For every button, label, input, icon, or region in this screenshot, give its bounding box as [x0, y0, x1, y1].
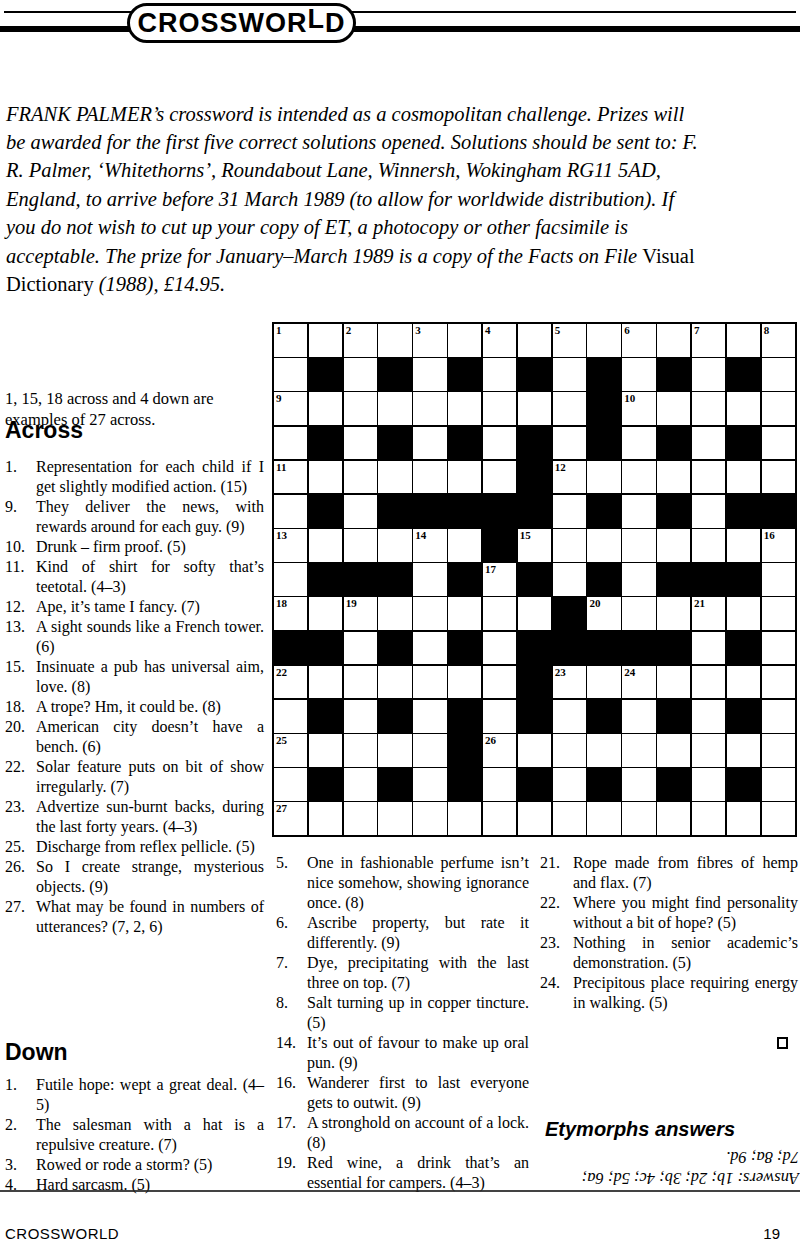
grid-cell[interactable] — [413, 461, 446, 494]
grid-cell[interactable] — [378, 324, 411, 357]
grid-cell[interactable]: 22 — [274, 666, 307, 699]
clue-number-label: 14 — [415, 529, 426, 541]
grid-cell[interactable] — [518, 734, 551, 767]
grid-cell[interactable]: 7 — [692, 324, 725, 357]
grid-cell[interactable] — [553, 563, 586, 596]
clue-number-label: 1 — [276, 324, 282, 336]
grid-cell[interactable] — [692, 495, 725, 528]
grid-cell[interactable] — [553, 392, 586, 425]
grid-cell-black — [518, 632, 551, 665]
grid-cell-black — [657, 563, 690, 596]
grid-cell-black — [378, 495, 411, 528]
grid-cell[interactable] — [309, 666, 342, 699]
grid-cell[interactable]: 18 — [274, 597, 307, 630]
grid-cell[interactable]: 20 — [587, 597, 620, 630]
clue-number: 13. — [5, 617, 36, 657]
grid-cell[interactable] — [762, 427, 795, 460]
grid-cell[interactable]: 15 — [518, 529, 551, 562]
end-of-article-marker — [777, 1037, 788, 1049]
clue-text: Kind of shirt for softy that’s teetotal.… — [36, 557, 264, 597]
grid-cell[interactable]: 17 — [483, 563, 516, 596]
grid-cell[interactable] — [622, 802, 655, 835]
grid-cell[interactable]: 16 — [762, 529, 795, 562]
grid-cell[interactable] — [309, 597, 342, 630]
grid-cell[interactable] — [483, 392, 516, 425]
clue-number-label: 7 — [694, 324, 700, 336]
clue-number-label: 17 — [485, 563, 496, 575]
clue-item: 9.They deliver the news, with rewards ar… — [5, 497, 264, 537]
grid-cell[interactable]: 27 — [274, 802, 307, 835]
grid-cell[interactable] — [587, 802, 620, 835]
clue-text: Discharge from reflex pellicle. (5) — [36, 837, 264, 857]
grid-cell[interactable]: 6 — [622, 324, 655, 357]
grid-cell[interactable]: 26 — [483, 734, 516, 767]
grid-cell-black — [309, 768, 342, 801]
grid-cell[interactable] — [727, 392, 760, 425]
grid-cell[interactable] — [553, 802, 586, 835]
clue-number: 1. — [5, 457, 36, 497]
grid-cell[interactable] — [553, 529, 586, 562]
grid-cell[interactable] — [657, 461, 690, 494]
down-heading: Down — [5, 1039, 68, 1066]
grid-cell-black — [622, 632, 655, 665]
grid-cell[interactable] — [413, 802, 446, 835]
clue-item: 2.The salesman with a hat is a repulsive… — [5, 1115, 264, 1155]
clue-text: Solar feature puts on bit of show irregu… — [36, 757, 264, 797]
down-clue-list-col1: 1.Futile hope: wept a great deal. (4–5)2… — [5, 1075, 264, 1195]
clue-text: The salesman with a hat is a repulsive c… — [36, 1115, 264, 1155]
grid-cell[interactable] — [413, 358, 446, 391]
clue-text: American city doesn’t have a bench. (6) — [36, 717, 264, 757]
clue-text: Rope made from fibres of hemp and flax. … — [573, 853, 798, 893]
grid-cell[interactable] — [727, 461, 760, 494]
grid-cell[interactable] — [274, 563, 307, 596]
grid-cell-black — [309, 563, 342, 596]
clue-number: 23. — [5, 797, 36, 837]
grid-cell[interactable]: 9 — [274, 392, 307, 425]
grid-cell[interactable] — [413, 563, 446, 596]
clue-number: 9. — [5, 497, 36, 537]
grid-cell-black — [727, 700, 760, 733]
grid-cell[interactable]: 8 — [762, 324, 795, 357]
grid-cell-black — [344, 563, 377, 596]
clue-item: 14.It’s out of favour to make up oral pu… — [276, 1033, 529, 1073]
grid-cell[interactable] — [622, 597, 655, 630]
clue-text: Insinuate a pub has universal aim, love.… — [36, 657, 264, 697]
clue-number-label: 26 — [485, 734, 496, 746]
grid-cell-black — [309, 427, 342, 460]
grid-cell-black — [553, 597, 586, 630]
grid-cell[interactable] — [553, 427, 586, 460]
grid-cell[interactable] — [483, 461, 516, 494]
grid-cell[interactable] — [727, 666, 760, 699]
clue-text: One in fashionable perfume isn’t nice so… — [307, 853, 529, 913]
grid-cell-black — [413, 495, 446, 528]
grid-cell[interactable] — [378, 597, 411, 630]
grid-cell[interactable] — [483, 358, 516, 391]
grid-cell[interactable] — [762, 768, 795, 801]
grid-cell[interactable] — [587, 666, 620, 699]
grid-cell[interactable] — [657, 324, 690, 357]
grid-cell[interactable] — [692, 802, 725, 835]
grid-cell[interactable] — [762, 597, 795, 630]
grid-cell[interactable] — [309, 324, 342, 357]
grid-cell[interactable] — [622, 495, 655, 528]
grid-cell[interactable] — [309, 461, 342, 494]
grid-cell[interactable] — [378, 392, 411, 425]
grid-cell[interactable] — [518, 597, 551, 630]
clue-number-label: 5 — [555, 324, 561, 336]
grid-cell[interactable] — [622, 461, 655, 494]
grid-cell[interactable] — [587, 324, 620, 357]
clue-number-label: 19 — [346, 597, 357, 609]
grid-cell[interactable] — [518, 324, 551, 357]
grid-cell[interactable] — [274, 495, 307, 528]
clue-item: 21.Rope made from fibres of hemp and fla… — [540, 853, 798, 893]
grid-cell-black — [448, 427, 481, 460]
grid-cell[interactable] — [344, 392, 377, 425]
grid-cell[interactable] — [448, 324, 481, 357]
grid-cell[interactable] — [692, 529, 725, 562]
grid-cell[interactable] — [587, 461, 620, 494]
grid-cell-black — [518, 700, 551, 733]
clue-number: 2. — [5, 1115, 36, 1155]
grid-cell[interactable] — [309, 802, 342, 835]
grid-cell[interactable] — [274, 358, 307, 391]
clue-item: 22.Solar feature puts on bit of show irr… — [5, 757, 264, 797]
grid-cell[interactable] — [762, 802, 795, 835]
clue-item: 19.Red wine, a drink that’s an essential… — [276, 1153, 529, 1193]
grid-cell[interactable] — [727, 802, 760, 835]
clue-text: Salt turning up in copper tincture. (5) — [307, 993, 529, 1033]
grid-cell-black — [692, 563, 725, 596]
clue-number-label: 9 — [276, 392, 282, 404]
footer-rule — [0, 1190, 800, 1192]
grid-cell[interactable] — [553, 700, 586, 733]
clue-text: Dye, precipitating with the last three o… — [307, 953, 529, 993]
grid-cell-black — [378, 427, 411, 460]
grid-cell-black — [518, 495, 551, 528]
grid-cell[interactable] — [309, 734, 342, 767]
grid-cell[interactable] — [413, 768, 446, 801]
grid-cell[interactable] — [727, 324, 760, 357]
grid-cell-black — [518, 427, 551, 460]
grid-cell[interactable] — [378, 734, 411, 767]
grid-cell[interactable] — [483, 700, 516, 733]
clue-number: 6. — [276, 913, 307, 953]
grid-cell[interactable] — [657, 392, 690, 425]
clue-number: 22. — [5, 757, 36, 797]
clue-text: So I create strange, mysterious objects.… — [36, 857, 264, 897]
grid-cell-black — [274, 632, 307, 665]
grid-cell[interactable]: 14 — [413, 529, 446, 562]
clue-text: Ascribe property, but rate it differentl… — [307, 913, 529, 953]
grid-cell[interactable] — [622, 358, 655, 391]
grid-cell-black — [587, 392, 620, 425]
clue-number-label: 2 — [346, 324, 352, 336]
clue-text: Hard sarcasm. (5) — [36, 1175, 264, 1195]
grid-cell[interactable] — [692, 700, 725, 733]
clue-number: 14. — [276, 1033, 307, 1073]
grid-cell[interactable]: 23 — [553, 666, 586, 699]
clue-text: What may be found in numbers of utteranc… — [36, 897, 264, 937]
intro-paragraph: FRANK PALMER’s crossword is intended as … — [6, 100, 700, 299]
grid-cell[interactable] — [518, 802, 551, 835]
grid-cell[interactable]: 24 — [622, 666, 655, 699]
grid-cell[interactable] — [344, 358, 377, 391]
grid-cell[interactable] — [344, 427, 377, 460]
clue-number: 1. — [5, 1075, 36, 1115]
grid-cell[interactable] — [413, 700, 446, 733]
clue-number: 4. — [5, 1175, 36, 1195]
clue-text: Wanderer first to last everyone gets to … — [307, 1073, 529, 1113]
grid-cell[interactable] — [378, 666, 411, 699]
grid-cell[interactable] — [553, 734, 586, 767]
grid-cell[interactable]: 4 — [483, 324, 516, 357]
clue-number-label: 20 — [589, 597, 600, 609]
grid-cell[interactable] — [692, 392, 725, 425]
grid-cell[interactable] — [762, 563, 795, 596]
grid-cell[interactable] — [344, 734, 377, 767]
grid-cell[interactable] — [483, 802, 516, 835]
grid-cell-black — [518, 768, 551, 801]
grid-cell[interactable] — [692, 666, 725, 699]
grid-cell[interactable] — [448, 392, 481, 425]
grid-cell-black — [448, 358, 481, 391]
grid-cell-black — [587, 768, 620, 801]
grid-cell[interactable] — [762, 461, 795, 494]
grid-cell[interactable] — [727, 529, 760, 562]
grid-cell[interactable] — [762, 734, 795, 767]
magazine-page: CROSSWORLD FRANK PALMER’s crossword is i… — [0, 0, 800, 1246]
clue-number: 27. — [5, 897, 36, 937]
grid-cell[interactable] — [692, 427, 725, 460]
intro-italic-end: (1988), £14.95. — [94, 273, 226, 295]
grid-cell[interactable] — [413, 734, 446, 767]
grid-cell[interactable] — [448, 802, 481, 835]
clue-item: 18.A trope? Hm, it could be. (8) — [5, 697, 264, 717]
grid-cell[interactable]: 19 — [344, 597, 377, 630]
grid-cell[interactable] — [413, 427, 446, 460]
grid-cell-black — [587, 495, 620, 528]
grid-cell[interactable] — [553, 358, 586, 391]
clue-number: 16. — [276, 1073, 307, 1113]
grid-cell[interactable] — [692, 358, 725, 391]
grid-cell[interactable] — [692, 632, 725, 665]
clue-text: Advertize sun-burnt backs, during the la… — [36, 797, 264, 837]
grid-cell[interactable] — [553, 768, 586, 801]
clue-number: 8. — [276, 993, 307, 1033]
grid-cell[interactable] — [309, 529, 342, 562]
grid-cell[interactable] — [448, 461, 481, 494]
clue-text: Where you might find personality without… — [573, 893, 798, 933]
grid-cell-black — [657, 700, 690, 733]
grid-cell[interactable] — [378, 461, 411, 494]
grid-cell-black — [309, 495, 342, 528]
grid-cell[interactable] — [413, 632, 446, 665]
grid-cell-black — [483, 495, 516, 528]
clue-number: 11. — [5, 557, 36, 597]
clue-number: 26. — [5, 857, 36, 897]
grid-cell[interactable] — [274, 427, 307, 460]
clue-item: 20.American city doesn’t have a bench. (… — [5, 717, 264, 757]
grid-cell[interactable] — [692, 461, 725, 494]
clue-number-label: 23 — [555, 666, 566, 678]
grid-cell[interactable] — [692, 768, 725, 801]
grid-cell[interactable] — [762, 700, 795, 733]
clue-text: Red wine, a drink that’s an essential fo… — [307, 1153, 529, 1193]
grid-cell[interactable] — [344, 461, 377, 494]
grid-cell-black — [518, 358, 551, 391]
footer-section-title: CROSSWORLD — [5, 1225, 119, 1242]
clue-number-label: 6 — [624, 324, 630, 336]
grid-cell-black — [483, 529, 516, 562]
grid-cell[interactable] — [483, 597, 516, 630]
grid-cell-black — [727, 632, 760, 665]
header-rule-thin — [4, 11, 796, 13]
clue-number-label: 10 — [624, 392, 635, 404]
clue-number-label: 12 — [555, 461, 566, 473]
grid-cell[interactable]: 10 — [622, 392, 655, 425]
grid-cell[interactable] — [657, 597, 690, 630]
grid-cell-black — [587, 563, 620, 596]
grid-cell[interactable] — [692, 734, 725, 767]
clue-text: Drunk – firm proof. (5) — [36, 537, 264, 557]
grid-cell[interactable] — [622, 734, 655, 767]
grid-cell[interactable] — [344, 666, 377, 699]
clue-number-label: 8 — [764, 324, 770, 336]
grid-cell[interactable] — [762, 392, 795, 425]
grid-cell[interactable]: 2 — [344, 324, 377, 357]
grid-cell[interactable] — [483, 632, 516, 665]
clue-number-label: 3 — [415, 324, 421, 336]
grid-cell[interactable] — [344, 632, 377, 665]
clue-item: 23.Nothing in senior academic’s demonstr… — [540, 933, 798, 973]
grid-cell[interactable] — [413, 597, 446, 630]
answers-line: 7d; 8a; 9d. — [543, 1147, 799, 1168]
clue-number: 23. — [540, 933, 573, 973]
grid-cell[interactable] — [587, 529, 620, 562]
grid-cell[interactable] — [274, 768, 307, 801]
grid-cell[interactable] — [657, 802, 690, 835]
clue-item: 23.Advertize sun-burnt backs, during the… — [5, 797, 264, 837]
grid-cell[interactable] — [344, 700, 377, 733]
clue-item: 4.Hard sarcasm. (5) — [5, 1175, 264, 1195]
grid-cell-black — [448, 700, 481, 733]
grid-cell[interactable] — [587, 734, 620, 767]
grid-cell[interactable] — [448, 597, 481, 630]
grid-cell-black — [378, 700, 411, 733]
grid-cell[interactable] — [762, 358, 795, 391]
grid-cell-black — [657, 768, 690, 801]
clue-item: 3.Rowed or rode a storm? (5) — [5, 1155, 264, 1175]
crossworld-badge: CROSSWORLD — [127, 3, 356, 43]
grid-cell-black — [309, 358, 342, 391]
grid-cell[interactable] — [657, 666, 690, 699]
grid-cell[interactable] — [657, 529, 690, 562]
grid-cell[interactable] — [309, 392, 342, 425]
clue-number-label: 15 — [520, 529, 531, 541]
grid-cell[interactable] — [448, 529, 481, 562]
answers-line: Answers: 1b; 2d; 3b; 4c; 5d; 6a; — [543, 1168, 799, 1189]
grid-cell[interactable]: 25 — [274, 734, 307, 767]
grid-cell[interactable]: 12 — [553, 461, 586, 494]
clue-number: 7. — [276, 953, 307, 993]
clue-item: 8.Salt turning up in copper tincture. (5… — [276, 993, 529, 1033]
grid-cell[interactable] — [344, 529, 377, 562]
grid-cell[interactable] — [622, 700, 655, 733]
clue-number: 20. — [5, 717, 36, 757]
grid-cell[interactable]: 5 — [553, 324, 586, 357]
grid-cell-black — [727, 768, 760, 801]
grid-cell[interactable] — [483, 427, 516, 460]
clue-item: 12.Ape, it’s tame I fancy. (7) — [5, 597, 264, 617]
clue-number: 22. — [540, 893, 573, 933]
grid-cell[interactable] — [344, 768, 377, 801]
clue-number: 18. — [5, 697, 36, 717]
clue-text: They deliver the news, with rewards arou… — [36, 497, 264, 537]
grid-cell[interactable]: 1 — [274, 324, 307, 357]
grid-cell[interactable] — [622, 768, 655, 801]
grid-cell[interactable] — [657, 734, 690, 767]
clue-number: 21. — [540, 853, 573, 893]
clue-number-label: 13 — [276, 529, 287, 541]
down-clue-list-col2: 5.One in fashionable perfume isn’t nice … — [276, 853, 529, 1193]
grid-cell[interactable] — [622, 529, 655, 562]
grid-cell[interactable]: 11 — [274, 461, 307, 494]
grid-cell[interactable] — [344, 495, 377, 528]
grid-cell-black — [727, 358, 760, 391]
grid-cell[interactable] — [553, 495, 586, 528]
grid-cell[interactable] — [413, 392, 446, 425]
grid-cell[interactable] — [378, 802, 411, 835]
clue-text: A trope? Hm, it could be. (8) — [36, 697, 264, 717]
grid-cell[interactable]: 21 — [692, 597, 725, 630]
grid-cell[interactable] — [274, 700, 307, 733]
grid-cell[interactable] — [518, 392, 551, 425]
grid-cell-black — [657, 632, 690, 665]
grid-cell[interactable] — [762, 632, 795, 665]
crossword-grid: 1234567891011121314151617181920212223242… — [272, 322, 797, 837]
grid-cell[interactable] — [448, 666, 481, 699]
grid-cell-black — [762, 495, 795, 528]
grid-cell[interactable] — [622, 427, 655, 460]
grid-cell[interactable] — [727, 734, 760, 767]
grid-cell[interactable] — [378, 529, 411, 562]
clue-item: 15.Insinuate a pub has universal aim, lo… — [5, 657, 264, 697]
clue-number: 15. — [5, 657, 36, 697]
grid-cell[interactable] — [344, 802, 377, 835]
page-title: CROSSWORLD — [138, 8, 346, 39]
grid-cell[interactable] — [727, 597, 760, 630]
grid-cell-black — [448, 734, 481, 767]
grid-cell[interactable]: 13 — [274, 529, 307, 562]
clue-number-label: 18 — [276, 597, 287, 609]
grid-cell[interactable] — [413, 666, 446, 699]
clue-number-label: 25 — [276, 734, 287, 746]
grid-cell[interactable] — [483, 666, 516, 699]
grid-cell[interactable] — [483, 768, 516, 801]
clue-text: Nothing in senior academic’s demonstrati… — [573, 933, 798, 973]
clue-number: 25. — [5, 837, 36, 857]
grid-cell-black — [378, 768, 411, 801]
grid-cell-black — [587, 358, 620, 391]
clue-number-label: 16 — [764, 529, 775, 541]
grid-cell[interactable] — [762, 666, 795, 699]
grid-cell[interactable]: 3 — [413, 324, 446, 357]
clue-number-label: 22 — [276, 666, 287, 678]
grid-cell[interactable] — [622, 563, 655, 596]
